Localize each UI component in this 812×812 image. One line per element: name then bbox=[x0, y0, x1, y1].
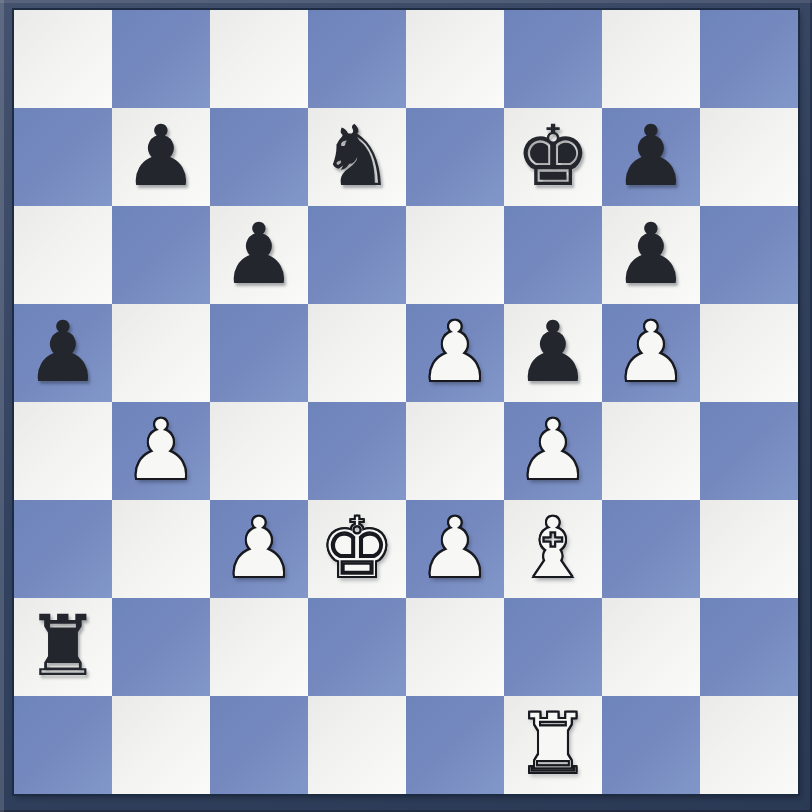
square-a2[interactable]: ♜ bbox=[14, 598, 112, 696]
white-rook: ♜ bbox=[504, 696, 602, 794]
square-c3[interactable]: ♟ bbox=[210, 500, 308, 598]
square-e8[interactable] bbox=[406, 10, 504, 108]
square-h4[interactable] bbox=[700, 402, 798, 500]
square-b8[interactable] bbox=[112, 10, 210, 108]
square-d1[interactable] bbox=[308, 696, 406, 794]
black-pawn: ♟ bbox=[504, 304, 602, 402]
white-pawn: ♟ bbox=[602, 304, 700, 402]
chess-board: ♟♞♚♟♟♟♟♟♟♟♟♟♟♚♟♝♜♜ bbox=[14, 10, 798, 794]
square-e6[interactable] bbox=[406, 206, 504, 304]
square-a4[interactable] bbox=[14, 402, 112, 500]
square-g6[interactable]: ♟ bbox=[602, 206, 700, 304]
black-pawn: ♟ bbox=[602, 206, 700, 304]
black-rook: ♜ bbox=[14, 598, 112, 696]
square-h1[interactable] bbox=[700, 696, 798, 794]
square-f3[interactable]: ♝ bbox=[504, 500, 602, 598]
square-a3[interactable] bbox=[14, 500, 112, 598]
board-frame: ♟♞♚♟♟♟♟♟♟♟♟♟♟♚♟♝♜♜ bbox=[0, 0, 812, 812]
square-c1[interactable] bbox=[210, 696, 308, 794]
square-h8[interactable] bbox=[700, 10, 798, 108]
black-pawn: ♟ bbox=[210, 206, 308, 304]
white-king: ♚ bbox=[308, 500, 406, 598]
square-a6[interactable] bbox=[14, 206, 112, 304]
white-bishop: ♝ bbox=[504, 500, 602, 598]
square-h7[interactable] bbox=[700, 108, 798, 206]
black-king: ♚ bbox=[504, 108, 602, 206]
square-b7[interactable]: ♟ bbox=[112, 108, 210, 206]
black-knight: ♞ bbox=[308, 108, 406, 206]
white-pawn: ♟ bbox=[406, 500, 504, 598]
square-c7[interactable] bbox=[210, 108, 308, 206]
square-b5[interactable] bbox=[112, 304, 210, 402]
square-e4[interactable] bbox=[406, 402, 504, 500]
black-pawn: ♟ bbox=[602, 108, 700, 206]
square-b4[interactable]: ♟ bbox=[112, 402, 210, 500]
square-f7[interactable]: ♚ bbox=[504, 108, 602, 206]
square-f1[interactable]: ♜ bbox=[504, 696, 602, 794]
square-a1[interactable] bbox=[14, 696, 112, 794]
square-f6[interactable] bbox=[504, 206, 602, 304]
square-c4[interactable] bbox=[210, 402, 308, 500]
square-b1[interactable] bbox=[112, 696, 210, 794]
square-e1[interactable] bbox=[406, 696, 504, 794]
square-d8[interactable] bbox=[308, 10, 406, 108]
square-b2[interactable] bbox=[112, 598, 210, 696]
square-c2[interactable] bbox=[210, 598, 308, 696]
square-g8[interactable] bbox=[602, 10, 700, 108]
square-h6[interactable] bbox=[700, 206, 798, 304]
square-e2[interactable] bbox=[406, 598, 504, 696]
white-pawn: ♟ bbox=[406, 304, 504, 402]
square-d5[interactable] bbox=[308, 304, 406, 402]
square-g1[interactable] bbox=[602, 696, 700, 794]
square-e5[interactable]: ♟ bbox=[406, 304, 504, 402]
black-pawn: ♟ bbox=[14, 304, 112, 402]
white-pawn: ♟ bbox=[504, 402, 602, 500]
white-pawn: ♟ bbox=[210, 500, 308, 598]
square-h3[interactable] bbox=[700, 500, 798, 598]
square-d4[interactable] bbox=[308, 402, 406, 500]
square-e7[interactable] bbox=[406, 108, 504, 206]
square-d7[interactable]: ♞ bbox=[308, 108, 406, 206]
square-f4[interactable]: ♟ bbox=[504, 402, 602, 500]
square-d6[interactable] bbox=[308, 206, 406, 304]
square-h5[interactable] bbox=[700, 304, 798, 402]
square-h2[interactable] bbox=[700, 598, 798, 696]
square-g7[interactable]: ♟ bbox=[602, 108, 700, 206]
square-b3[interactable] bbox=[112, 500, 210, 598]
square-e3[interactable]: ♟ bbox=[406, 500, 504, 598]
square-g2[interactable] bbox=[602, 598, 700, 696]
square-c5[interactable] bbox=[210, 304, 308, 402]
square-d2[interactable] bbox=[308, 598, 406, 696]
square-a8[interactable] bbox=[14, 10, 112, 108]
square-g5[interactable]: ♟ bbox=[602, 304, 700, 402]
black-pawn: ♟ bbox=[112, 108, 210, 206]
square-d3[interactable]: ♚ bbox=[308, 500, 406, 598]
square-c8[interactable] bbox=[210, 10, 308, 108]
square-f2[interactable] bbox=[504, 598, 602, 696]
white-pawn: ♟ bbox=[112, 402, 210, 500]
square-a5[interactable]: ♟ bbox=[14, 304, 112, 402]
square-b6[interactable] bbox=[112, 206, 210, 304]
square-f5[interactable]: ♟ bbox=[504, 304, 602, 402]
square-g3[interactable] bbox=[602, 500, 700, 598]
square-a7[interactable] bbox=[14, 108, 112, 206]
square-f8[interactable] bbox=[504, 10, 602, 108]
square-g4[interactable] bbox=[602, 402, 700, 500]
square-c6[interactable]: ♟ bbox=[210, 206, 308, 304]
